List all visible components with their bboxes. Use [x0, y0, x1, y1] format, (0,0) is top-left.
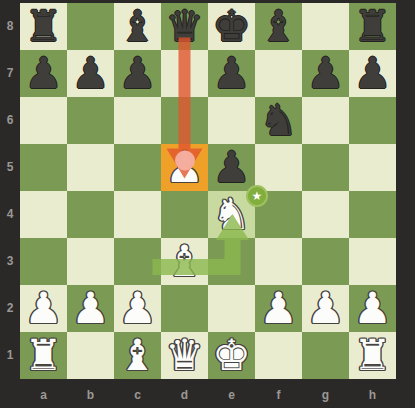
white-bishop-c1[interactable]: ♝ — [114, 332, 161, 379]
square-c6[interactable] — [114, 97, 161, 144]
rank-label-1: 1 — [0, 332, 20, 379]
black-bishop-c8[interactable]: ♝ — [114, 3, 161, 50]
square-f7[interactable] — [255, 50, 302, 97]
square-a3[interactable] — [20, 238, 67, 285]
file-label-h: h — [349, 382, 396, 408]
black-pawn-e7[interactable]: ♟ — [208, 50, 255, 97]
white-rook-a1[interactable]: ♜ — [20, 332, 67, 379]
file-label-g: g — [302, 382, 349, 408]
rank-label-7: 7 — [0, 50, 20, 97]
white-pawn-d5[interactable]: ♟ — [161, 144, 208, 191]
white-king-e1[interactable]: ♚ — [208, 332, 255, 379]
white-queen-d1[interactable]: ♛ — [161, 332, 208, 379]
square-f3[interactable] — [255, 238, 302, 285]
black-rook-h8[interactable]: ♜ — [349, 3, 396, 50]
star-icon: ★ — [252, 190, 263, 202]
file-label-d: d — [161, 382, 208, 408]
rank-label-4: 4 — [0, 191, 20, 238]
square-c4[interactable] — [114, 191, 161, 238]
square-b3[interactable] — [67, 238, 114, 285]
file-label-e: e — [208, 382, 255, 408]
square-b4[interactable] — [67, 191, 114, 238]
black-rook-a8[interactable]: ♜ — [20, 3, 67, 50]
white-pawn-b2[interactable]: ♟ — [67, 285, 114, 332]
black-pawn-e5[interactable]: ♟ — [208, 144, 255, 191]
white-rook-h1[interactable]: ♜ — [349, 332, 396, 379]
square-h3[interactable] — [349, 238, 396, 285]
square-g1[interactable] — [302, 332, 349, 379]
black-pawn-a7[interactable]: ♟ — [20, 50, 67, 97]
black-pawn-c7[interactable]: ♟ — [114, 50, 161, 97]
file-label-c: c — [114, 382, 161, 408]
black-bishop-f8[interactable]: ♝ — [255, 3, 302, 50]
black-pawn-h7[interactable]: ♟ — [349, 50, 396, 97]
square-b5[interactable] — [67, 144, 114, 191]
black-knight-f6[interactable]: ♞ — [255, 97, 302, 144]
rank-label-3: 3 — [0, 238, 20, 285]
square-h4[interactable] — [349, 191, 396, 238]
square-c3[interactable] — [114, 238, 161, 285]
black-king-e8[interactable]: ♚ — [208, 3, 255, 50]
square-g4[interactable] — [302, 191, 349, 238]
white-pawn-h2[interactable]: ♟ — [349, 285, 396, 332]
square-b1[interactable] — [67, 332, 114, 379]
square-g3[interactable] — [302, 238, 349, 285]
square-e2[interactable] — [208, 285, 255, 332]
rank-label-8: 8 — [0, 3, 20, 50]
square-f5[interactable] — [255, 144, 302, 191]
chess-board: ♜♝♛♚♝♜♟♟♟♟♟♟♞♟♟♞♝♟♟♟♟♟♟♜♝♛♚♜★ — [20, 3, 396, 379]
file-label-f: f — [255, 382, 302, 408]
white-pawn-f2[interactable]: ♟ — [255, 285, 302, 332]
square-g6[interactable] — [302, 97, 349, 144]
white-pawn-a2[interactable]: ♟ — [20, 285, 67, 332]
square-f1[interactable] — [255, 332, 302, 379]
square-d6[interactable] — [161, 97, 208, 144]
black-queen-d8[interactable]: ♛ — [161, 3, 208, 50]
best-move-star-badge: ★ — [246, 185, 268, 207]
analysis-board-panel: ♜♝♛♚♝♜♟♟♟♟♟♟♞♟♟♞♝♟♟♟♟♟♟♜♝♛♚♜★ 87654321 a… — [0, 0, 415, 408]
square-c5[interactable] — [114, 144, 161, 191]
square-g5[interactable] — [302, 144, 349, 191]
square-d4[interactable] — [161, 191, 208, 238]
black-pawn-b7[interactable]: ♟ — [67, 50, 114, 97]
square-h6[interactable] — [349, 97, 396, 144]
square-b8[interactable] — [67, 3, 114, 50]
rank-label-6: 6 — [0, 97, 20, 144]
square-d2[interactable] — [161, 285, 208, 332]
square-h5[interactable] — [349, 144, 396, 191]
square-g8[interactable] — [302, 3, 349, 50]
black-pawn-g7[interactable]: ♟ — [302, 50, 349, 97]
rank-label-5: 5 — [0, 144, 20, 191]
square-b6[interactable] — [67, 97, 114, 144]
square-a5[interactable] — [20, 144, 67, 191]
white-bishop-d3[interactable]: ♝ — [161, 238, 208, 285]
white-pawn-c2[interactable]: ♟ — [114, 285, 161, 332]
square-e3[interactable] — [208, 238, 255, 285]
square-d7[interactable] — [161, 50, 208, 97]
file-label-a: a — [20, 382, 67, 408]
file-label-b: b — [67, 382, 114, 408]
white-pawn-g2[interactable]: ♟ — [302, 285, 349, 332]
square-a6[interactable] — [20, 97, 67, 144]
square-e6[interactable] — [208, 97, 255, 144]
square-a4[interactable] — [20, 191, 67, 238]
rank-label-2: 2 — [0, 285, 20, 332]
